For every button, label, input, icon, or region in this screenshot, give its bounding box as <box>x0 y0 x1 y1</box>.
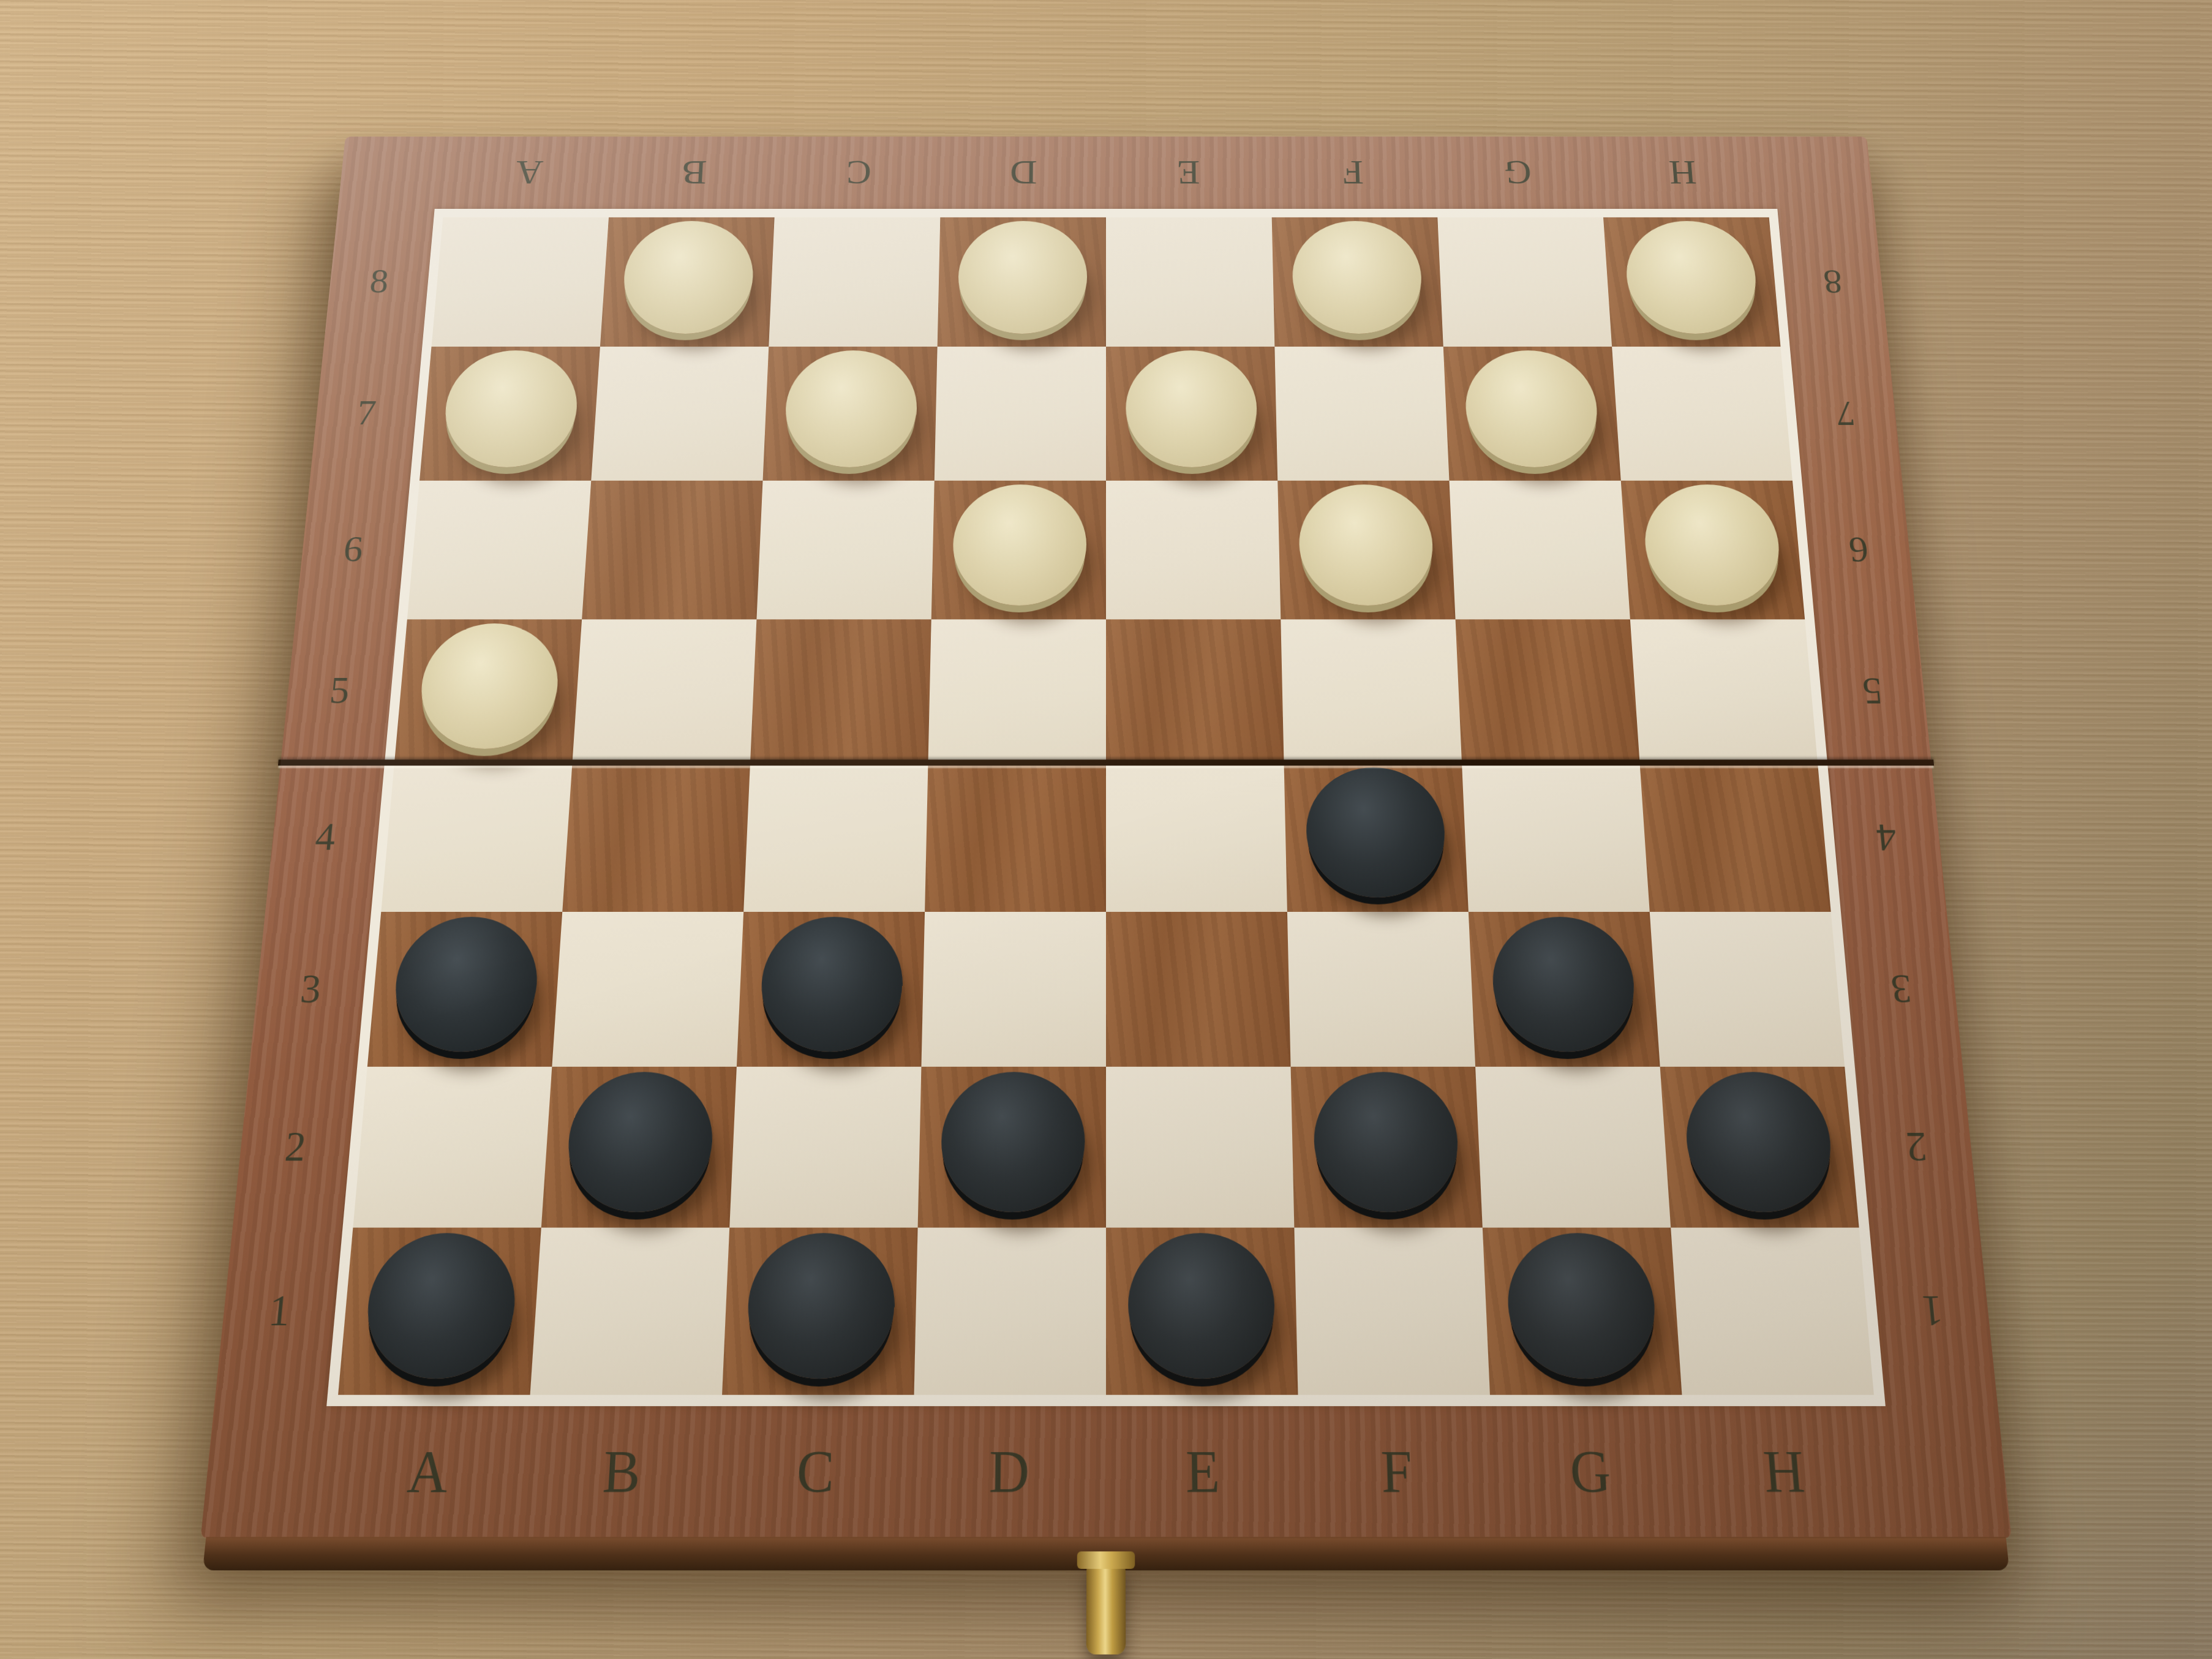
rank-label-right: 6 <box>1802 481 1916 619</box>
file-label-top: F <box>1270 137 1437 209</box>
square-d2[interactable] <box>918 1067 1106 1228</box>
light-checker-d6[interactable] <box>952 484 1086 605</box>
rank-label-left: 2 <box>233 1067 357 1228</box>
file-label-top: G <box>1434 137 1603 209</box>
square-g3[interactable] <box>1469 912 1660 1067</box>
rank-label-left: 3 <box>249 912 371 1067</box>
playing-area <box>326 209 1886 1406</box>
dark-checker-f2[interactable] <box>1312 1072 1460 1212</box>
dark-checker-a1[interactable] <box>361 1233 519 1379</box>
square-h8[interactable] <box>1603 217 1780 347</box>
square-b8[interactable] <box>600 217 775 347</box>
square-d8[interactable] <box>938 217 1106 347</box>
brass-clasp <box>1086 1565 1126 1655</box>
file-label-top: A <box>444 137 614 209</box>
square-d4[interactable] <box>925 763 1106 912</box>
folding-hinge-seam <box>278 759 1934 766</box>
square-e6[interactable] <box>1106 481 1281 619</box>
light-checker-a5[interactable] <box>416 623 561 749</box>
square-h4[interactable] <box>1640 763 1831 912</box>
table-surface: ABCDEFGH 87654321 87654321 ABCDEFGH <box>279 72 1933 1481</box>
rank-label-right: 4 <box>1827 763 1947 912</box>
square-h6[interactable] <box>1621 481 1805 619</box>
square-a6[interactable] <box>407 481 591 619</box>
dark-checker-d2[interactable] <box>939 1072 1085 1212</box>
dark-checker-c3[interactable] <box>759 917 904 1051</box>
file-label-top: B <box>609 137 778 209</box>
square-a4[interactable] <box>381 763 572 912</box>
file-label-top: D <box>941 137 1106 209</box>
square-g2[interactable] <box>1475 1067 1671 1228</box>
dark-checker-b2[interactable] <box>564 1072 715 1212</box>
square-b1[interactable] <box>530 1228 730 1395</box>
square-a8[interactable] <box>432 217 609 347</box>
file-label-bottom: D <box>911 1406 1106 1538</box>
file-label-top: E <box>1106 137 1271 209</box>
square-e5[interactable] <box>1106 619 1284 763</box>
rank-label-right: 1 <box>1870 1228 1997 1395</box>
playing-grid <box>338 217 1874 1395</box>
rank-label-right: 2 <box>1855 1067 1979 1228</box>
square-f4[interactable] <box>1284 763 1469 912</box>
square-g4[interactable] <box>1462 763 1650 912</box>
file-label-top: H <box>1598 137 1768 209</box>
square-c6[interactable] <box>756 481 934 619</box>
rank-label-left: 1 <box>216 1228 343 1395</box>
file-label-bottom: G <box>1491 1406 1691 1538</box>
rank-label-left: 6 <box>296 481 410 619</box>
square-e3[interactable] <box>1106 912 1291 1067</box>
rank-label-left: 4 <box>265 763 385 912</box>
square-b4[interactable] <box>562 763 750 912</box>
file-label-bottom: H <box>1683 1406 1887 1538</box>
dark-checker-g1[interactable] <box>1505 1233 1659 1379</box>
light-checker-e7[interactable] <box>1126 351 1258 468</box>
square-d5[interactable] <box>928 619 1106 763</box>
square-a1[interactable] <box>338 1228 541 1395</box>
square-c2[interactable] <box>729 1067 921 1228</box>
square-c1[interactable] <box>722 1228 918 1395</box>
square-e1[interactable] <box>1106 1228 1298 1395</box>
light-checker-d8[interactable] <box>957 221 1087 334</box>
light-checker-h6[interactable] <box>1641 484 1783 605</box>
square-e7[interactable] <box>1106 347 1277 481</box>
file-label-bottom: C <box>716 1406 914 1538</box>
dark-checker-a3[interactable] <box>390 917 541 1051</box>
rank-label-left: 5 <box>280 619 397 763</box>
square-b7[interactable] <box>591 347 769 481</box>
square-b5[interactable] <box>572 619 756 763</box>
square-f2[interactable] <box>1291 1067 1483 1228</box>
rank-label-right: 8 <box>1778 217 1889 347</box>
square-c3[interactable] <box>737 912 925 1067</box>
file-labels-bottom: ABCDEFGH <box>325 1406 1887 1538</box>
square-e8[interactable] <box>1106 217 1274 347</box>
square-h5[interactable] <box>1630 619 1818 763</box>
square-f5[interactable] <box>1281 619 1462 763</box>
dark-checker-e1[interactable] <box>1127 1233 1275 1379</box>
light-checker-a7[interactable] <box>440 351 581 468</box>
square-a2[interactable] <box>353 1067 552 1228</box>
rank-label-right: 7 <box>1790 347 1902 481</box>
square-d1[interactable] <box>914 1228 1106 1395</box>
rank-label-left: 8 <box>324 217 434 347</box>
game-board: ABCDEFGH 87654321 87654321 ABCDEFGH <box>201 137 2012 1538</box>
square-f8[interactable] <box>1272 217 1443 347</box>
file-label-bottom: F <box>1298 1406 1497 1538</box>
square-f6[interactable] <box>1277 481 1455 619</box>
square-h1[interactable] <box>1671 1228 1874 1395</box>
file-label-bottom: A <box>325 1406 529 1538</box>
square-g5[interactable] <box>1456 619 1640 763</box>
light-checker-f6[interactable] <box>1298 484 1435 605</box>
square-e2[interactable] <box>1106 1067 1294 1228</box>
square-g7[interactable] <box>1443 347 1621 481</box>
square-f3[interactable] <box>1287 912 1475 1067</box>
square-a3[interactable] <box>367 912 562 1067</box>
square-c8[interactable] <box>769 217 940 347</box>
file-label-top: C <box>775 137 942 209</box>
square-h3[interactable] <box>1650 912 1845 1067</box>
dark-checker-g3[interactable] <box>1489 917 1638 1051</box>
square-a5[interactable] <box>394 619 582 763</box>
file-labels-top: ABCDEFGH <box>444 137 1769 209</box>
square-a7[interactable] <box>419 347 600 481</box>
square-b2[interactable] <box>541 1067 737 1228</box>
dark-checker-c1[interactable] <box>745 1233 896 1379</box>
file-label-bottom: B <box>521 1406 721 1538</box>
square-b3[interactable] <box>552 912 743 1067</box>
square-c7[interactable] <box>763 347 938 481</box>
rank-label-left: 7 <box>310 347 422 481</box>
dark-checker-f4[interactable] <box>1304 767 1447 897</box>
square-d7[interactable] <box>935 347 1106 481</box>
square-b6[interactable] <box>582 481 762 619</box>
square-d6[interactable] <box>931 481 1106 619</box>
square-h7[interactable] <box>1612 347 1793 481</box>
square-g8[interactable] <box>1437 217 1612 347</box>
dark-checker-h2[interactable] <box>1682 1072 1836 1212</box>
square-f7[interactable] <box>1274 347 1449 481</box>
square-f1[interactable] <box>1294 1228 1490 1395</box>
file-label-bottom: E <box>1106 1406 1301 1538</box>
square-c4[interactable] <box>743 763 928 912</box>
square-e4[interactable] <box>1106 763 1287 912</box>
square-g6[interactable] <box>1449 481 1630 619</box>
light-checker-g7[interactable] <box>1463 351 1600 468</box>
rank-label-right: 3 <box>1841 912 1963 1067</box>
light-checker-f8[interactable] <box>1291 221 1423 334</box>
rank-label-right: 5 <box>1815 619 1932 763</box>
light-checker-b8[interactable] <box>620 221 755 334</box>
square-h2[interactable] <box>1660 1067 1859 1228</box>
square-c5[interactable] <box>750 619 931 763</box>
square-d3[interactable] <box>921 912 1106 1067</box>
light-checker-c7[interactable] <box>783 351 918 468</box>
square-g1[interactable] <box>1483 1228 1682 1395</box>
light-checker-h8[interactable] <box>1623 221 1760 334</box>
